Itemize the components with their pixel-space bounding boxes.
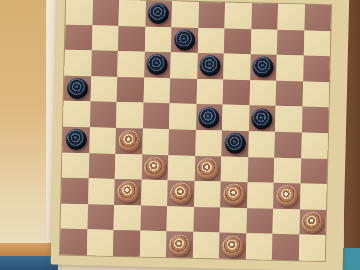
square-r5c5 [169,104,196,130]
square-r8c10 [300,184,327,210]
white-man-45[interactable] [302,212,324,234]
square-41[interactable] [87,204,114,230]
square-48[interactable] [166,232,193,258]
square-r9c5 [166,206,193,232]
square-r7c1 [62,152,89,178]
square-r1c9 [277,4,304,30]
square-r8c6 [194,181,221,207]
square-22[interactable] [142,103,169,129]
square-r8c8 [247,182,274,208]
square-14[interactable] [250,54,277,80]
white-man-40[interactable] [276,185,298,207]
square-45[interactable] [299,209,326,235]
square-46[interactable] [60,229,87,255]
draughts-photo-scene [0,0,360,270]
square-44[interactable] [246,208,273,234]
black-man-24[interactable] [251,108,273,130]
square-r9c3 [113,205,140,231]
square-r6c4 [142,129,169,155]
black-man-16[interactable] [66,78,88,100]
square-r3c1 [64,50,91,76]
square-38[interactable] [167,180,194,206]
square-4[interactable] [251,3,278,29]
white-man-39[interactable] [223,184,245,206]
square-r3c5 [170,52,197,78]
white-man-38[interactable] [170,183,192,205]
square-7[interactable] [118,26,145,52]
square-r4c8 [249,80,276,106]
square-21[interactable] [90,102,117,128]
board-grid [60,0,331,261]
square-r4c2 [90,76,117,102]
black-man-8[interactable] [174,29,196,51]
square-r10c6 [192,232,219,258]
square-r6c2 [89,127,116,153]
square-r4c10 [302,81,329,107]
table-surface-left [0,0,52,270]
square-1[interactable] [92,0,119,26]
draughts-board [51,0,350,270]
square-27[interactable] [115,128,142,154]
square-r7c3 [115,154,142,180]
square-r1c7 [224,3,251,29]
square-24[interactable] [248,106,275,132]
square-r1c3 [119,0,146,26]
floor-bottom-left [0,256,58,270]
square-r3c9 [276,55,303,81]
black-man-26[interactable] [65,129,87,151]
square-r2c8 [250,29,277,55]
white-man-33[interactable] [197,158,219,180]
square-r5c9 [275,106,302,132]
square-29[interactable] [221,131,248,157]
square-r10c2 [86,230,113,256]
square-r2c4 [144,26,171,52]
white-man-27[interactable] [118,130,140,152]
square-r1c5 [171,1,198,27]
black-man-12[interactable] [147,54,169,76]
black-man-23[interactable] [198,107,220,129]
square-5[interactable] [304,5,331,31]
square-r3c7 [223,54,250,80]
square-r6c6 [195,130,222,156]
square-35[interactable] [300,158,327,184]
square-r2c6 [197,28,224,54]
square-r10c8 [245,234,272,260]
square-r6c10 [301,132,328,158]
square-8[interactable] [171,27,198,53]
square-11[interactable] [91,51,118,77]
square-r4c6 [196,79,223,105]
black-man-14[interactable] [253,57,275,79]
square-42[interactable] [140,205,167,231]
square-34[interactable] [247,157,274,183]
square-37[interactable] [114,179,141,205]
square-r10c4 [139,231,166,257]
square-r1c1 [66,0,93,25]
square-40[interactable] [273,183,300,209]
square-20[interactable] [276,81,303,107]
square-28[interactable] [168,129,195,155]
black-man-29[interactable] [224,133,246,155]
square-16[interactable] [64,75,91,101]
white-man-32[interactable] [144,157,166,179]
square-r10c10 [298,235,325,261]
square-19[interactable] [223,79,250,105]
square-25[interactable] [301,107,328,133]
square-15[interactable] [303,56,330,82]
square-30[interactable] [274,132,301,158]
square-r3c3 [117,51,144,77]
square-r8c2 [88,178,115,204]
square-47[interactable] [113,230,140,256]
square-r5c3 [116,102,143,128]
square-r7c9 [274,157,301,183]
white-man-49[interactable] [222,235,244,257]
square-50[interactable] [272,234,299,260]
square-r9c9 [272,209,299,235]
white-man-48[interactable] [169,234,191,256]
square-26[interactable] [62,127,89,153]
white-man-37[interactable] [117,181,139,203]
square-r7c7 [221,156,248,182]
square-r4c4 [143,77,170,103]
square-23[interactable] [195,104,222,130]
square-32[interactable] [141,154,168,180]
square-12[interactable] [144,52,171,78]
black-man-2[interactable] [148,3,170,25]
square-49[interactable] [219,233,246,259]
square-9[interactable] [224,28,251,54]
square-r8c4 [141,180,168,206]
square-10[interactable] [277,29,304,55]
square-r9c1 [61,203,88,229]
square-39[interactable] [220,182,247,208]
square-r2c2 [91,25,118,51]
square-36[interactable] [61,178,88,204]
square-17[interactable] [117,77,144,103]
square-2[interactable] [145,1,172,27]
square-r6c8 [248,131,275,157]
square-13[interactable] [197,53,224,79]
square-r5c7 [222,105,249,131]
square-18[interactable] [170,78,197,104]
square-31[interactable] [88,153,115,179]
square-33[interactable] [194,155,221,181]
square-6[interactable] [65,24,92,50]
square-43[interactable] [193,207,220,233]
black-man-13[interactable] [200,55,222,77]
square-r5c1 [63,101,90,127]
square-r9c7 [219,207,246,233]
square-r2c10 [303,30,330,56]
square-r7c5 [168,155,195,181]
square-3[interactable] [198,2,225,28]
